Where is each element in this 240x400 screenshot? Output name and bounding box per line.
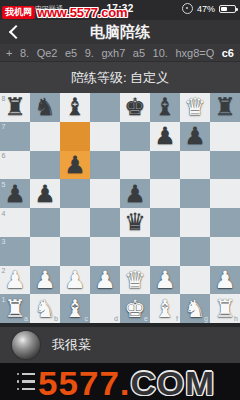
- square-d8[interactable]: [90, 93, 120, 122]
- square-f5[interactable]: [150, 179, 180, 208]
- square-f3[interactable]: [150, 237, 180, 266]
- square-h2[interactable]: ♟: [210, 266, 240, 295]
- watermark-bottom-right: COM: [131, 364, 216, 400]
- move-token: e5: [65, 47, 77, 59]
- square-h8[interactable]: ♜: [210, 93, 240, 122]
- square-d6[interactable]: [90, 151, 120, 180]
- watermark-bottom-left: 5577.: [38, 364, 131, 400]
- square-b3[interactable]: [30, 237, 60, 266]
- move-token: c6: [222, 47, 234, 59]
- black-pawn-g7: ♟: [184, 122, 206, 150]
- white-pawn-d2: ♟: [94, 266, 116, 294]
- file-coordinate: g: [204, 315, 208, 322]
- rank-coordinate: 1: [2, 296, 6, 303]
- file-coordinate: a: [24, 315, 28, 322]
- square-c8[interactable]: ♝: [60, 93, 90, 122]
- file-coordinate: d: [114, 315, 118, 322]
- level-label: 陪练等级: 自定义: [71, 69, 169, 87]
- black-bishop-c8: ♝: [64, 93, 86, 121]
- square-g4[interactable]: [180, 208, 210, 237]
- move-token: a5: [133, 47, 145, 59]
- white-pawn-h2: ♟: [214, 266, 236, 294]
- square-a3[interactable]: 3: [0, 237, 30, 266]
- rank-coordinate: 4: [2, 210, 6, 217]
- move-list[interactable]: +8.Qe2e59.gxh7a510.hxg8=Qc6: [0, 44, 240, 61]
- level-bar[interactable]: 陪练等级: 自定义: [0, 61, 240, 93]
- black-pawn-a5: ♟: [4, 180, 26, 208]
- site-watermark-top: 我机网 www.5577.com: [2, 5, 127, 20]
- white-queen-e2: ♛: [124, 266, 146, 294]
- square-g1[interactable]: g♞: [180, 294, 210, 323]
- file-coordinate: e: [144, 315, 148, 322]
- square-b1[interactable]: b♞: [30, 294, 60, 323]
- square-b8[interactable]: ♞: [30, 93, 60, 122]
- square-e4[interactable]: ♛: [120, 208, 150, 237]
- white-pawn-b2: ♟: [34, 266, 56, 294]
- nav-bar: 电脑陪练: [0, 20, 240, 44]
- square-c1[interactable]: c♝: [60, 294, 90, 323]
- square-b2[interactable]: ♟: [30, 266, 60, 295]
- watermark-badge: 我机网: [2, 6, 35, 19]
- square-c4[interactable]: [60, 208, 90, 237]
- square-c6[interactable]: ♟: [60, 151, 90, 180]
- black-rook-a8: ♜: [4, 93, 26, 121]
- rank-coordinate: 2: [2, 267, 6, 274]
- square-a8[interactable]: 8♜: [0, 93, 30, 122]
- square-h7[interactable]: [210, 122, 240, 151]
- rank-coordinate: 5: [2, 181, 6, 188]
- move-token: 9.: [85, 47, 94, 59]
- orientation-lock-icon: [182, 3, 193, 14]
- square-h6[interactable]: [210, 151, 240, 180]
- square-d3[interactable]: [90, 237, 120, 266]
- square-e6[interactable]: [120, 151, 150, 180]
- move-token: gxh7: [101, 47, 125, 59]
- square-g6[interactable]: [180, 151, 210, 180]
- square-e7[interactable]: [120, 122, 150, 151]
- move-token: hxg8=Q: [175, 47, 214, 59]
- file-coordinate: h: [234, 315, 238, 322]
- rank-coordinate: 7: [2, 123, 6, 130]
- white-queen-g8: ♛: [184, 93, 206, 121]
- battery-icon: [219, 5, 236, 13]
- black-knight-b8: ♞: [34, 93, 56, 121]
- square-f8[interactable]: ♝: [150, 93, 180, 122]
- battery-area: 47%: [182, 3, 236, 14]
- move-token: +: [6, 47, 12, 59]
- square-b6[interactable]: [30, 151, 60, 180]
- square-f4[interactable]: [150, 208, 180, 237]
- square-c5[interactable]: [60, 179, 90, 208]
- file-coordinate: c: [85, 315, 89, 322]
- site-watermark-bottom: 5577.COM: [38, 364, 215, 400]
- back-button[interactable]: [6, 23, 24, 41]
- square-d2[interactable]: ♟: [90, 266, 120, 295]
- square-g3[interactable]: [180, 237, 210, 266]
- page-title: 电脑陪练: [0, 20, 240, 44]
- white-rook-h1: ♜: [214, 295, 236, 323]
- rank-coordinate: 6: [2, 152, 6, 159]
- square-g7[interactable]: ♟: [180, 122, 210, 151]
- square-h4[interactable]: [210, 208, 240, 237]
- square-c7[interactable]: [60, 122, 90, 151]
- black-pawn-e5: ♟: [124, 180, 146, 208]
- black-pawn-b5: ♟: [34, 180, 56, 208]
- app-window: 中国联通 17:32 47% 我机网 www.5577.com 电脑陪练 +8.…: [0, 0, 240, 400]
- square-b7[interactable]: [30, 122, 60, 151]
- square-e1[interactable]: e♚: [120, 294, 150, 323]
- square-a4[interactable]: 4: [0, 208, 30, 237]
- square-a1[interactable]: 1a♜: [0, 294, 30, 323]
- square-e3[interactable]: [120, 237, 150, 266]
- square-d1[interactable]: d: [90, 294, 120, 323]
- square-d7[interactable]: [90, 122, 120, 151]
- square-b5[interactable]: ♟: [30, 179, 60, 208]
- white-pawn-c2: ♟: [64, 266, 86, 294]
- square-f6[interactable]: [150, 151, 180, 180]
- file-coordinate: f: [176, 315, 178, 322]
- white-pawn-f2: ♟: [154, 266, 176, 294]
- square-h3[interactable]: [210, 237, 240, 266]
- black-king-e8: ♚: [124, 93, 146, 121]
- black-bishop-f8: ♝: [154, 93, 176, 121]
- square-a6[interactable]: 6: [0, 151, 30, 180]
- square-c3[interactable]: [60, 237, 90, 266]
- white-knight-b1: ♞: [34, 295, 56, 323]
- square-g8[interactable]: ♛: [180, 93, 210, 122]
- avatar: [12, 331, 40, 359]
- square-h1[interactable]: h♜: [210, 294, 240, 323]
- white-pawn-a2: ♟: [4, 266, 26, 294]
- square-e8[interactable]: ♚: [120, 93, 150, 122]
- square-b4[interactable]: [30, 208, 60, 237]
- white-rook-a1: ♜: [4, 295, 26, 323]
- bottom-toolbar: 5577.COM: [0, 363, 240, 400]
- square-d5[interactable]: [90, 179, 120, 208]
- move-list-icon[interactable]: [17, 373, 37, 390]
- square-g2[interactable]: [180, 266, 210, 295]
- black-rook-h8: ♜: [214, 93, 236, 121]
- square-g5[interactable]: [180, 179, 210, 208]
- square-d4[interactable]: [90, 208, 120, 237]
- rank-coordinate: 3: [2, 238, 6, 245]
- square-f1[interactable]: f♝: [150, 294, 180, 323]
- player-name-label: 我很菜: [52, 336, 91, 354]
- chess-board: 8♜♞♝♚♝♛♜7♟♟6♟5♟♟♟4♛32♟♟♟♟♛♟♟1a♜b♞c♝de♚f♝…: [0, 93, 240, 323]
- black-pawn-c6: ♟: [64, 151, 86, 179]
- battery-fill: [221, 7, 227, 11]
- square-a2[interactable]: 2♟: [0, 266, 30, 295]
- square-a5[interactable]: 5♟: [0, 179, 30, 208]
- rank-coordinate: 8: [2, 95, 6, 102]
- black-queen-e4: ♛: [124, 208, 146, 236]
- move-token: 10.: [153, 47, 168, 59]
- move-token: Qe2: [37, 47, 58, 59]
- square-e2[interactable]: ♛: [120, 266, 150, 295]
- square-h5[interactable]: [210, 179, 240, 208]
- file-coordinate: b: [54, 315, 58, 322]
- square-e5[interactable]: ♟: [120, 179, 150, 208]
- square-f2[interactable]: ♟: [150, 266, 180, 295]
- player-bar[interactable]: 我很菜: [0, 327, 240, 363]
- square-a7[interactable]: 7: [0, 122, 30, 151]
- watermark-url: www.5577.com: [37, 5, 127, 20]
- square-f7[interactable]: ♟: [150, 122, 180, 151]
- black-pawn-f7: ♟: [154, 122, 176, 150]
- white-knight-g1: ♞: [184, 295, 206, 323]
- move-token: 8.: [20, 47, 29, 59]
- battery-percent-label: 47%: [197, 4, 215, 14]
- white-bishop-f1: ♝: [154, 295, 176, 323]
- white-bishop-c1: ♝: [64, 295, 86, 323]
- square-c2[interactable]: ♟: [60, 266, 90, 295]
- white-king-e1: ♚: [124, 295, 146, 323]
